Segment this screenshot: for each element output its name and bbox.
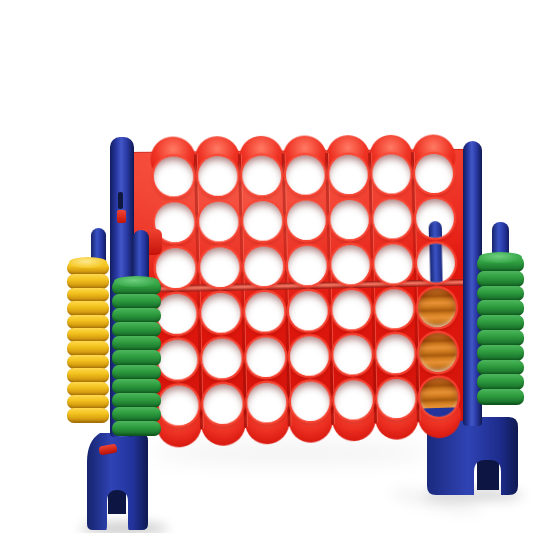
- cell-r4c4: [289, 291, 328, 331]
- cell-r5c7: [419, 333, 458, 373]
- cell-r1c1: [153, 156, 193, 196]
- green-disc: [112, 308, 161, 323]
- yellow-disc: [67, 355, 109, 369]
- cell-r5c4: [290, 336, 329, 376]
- connect-four-board: [124, 132, 471, 449]
- yellow-disc: [67, 261, 109, 275]
- cell-r2c3: [243, 201, 283, 241]
- hole-grid: [150, 151, 461, 429]
- yellow-disc: [67, 288, 109, 302]
- green-disc: [477, 300, 524, 316]
- cell-r4c3: [245, 292, 285, 332]
- cell-r1c2: [198, 156, 238, 196]
- cell-r6c1: [158, 385, 198, 426]
- cell-r3c5: [331, 245, 370, 285]
- cell-r6c4: [291, 381, 330, 422]
- yellow-disc: [67, 395, 109, 409]
- green-disc: [112, 350, 161, 365]
- green-disc: [112, 407, 161, 422]
- yellow-disc: [67, 368, 109, 382]
- cell-r3c1: [155, 248, 195, 289]
- column-separators: [124, 132, 464, 135]
- green-disc: [477, 286, 524, 302]
- cell-r6c7: [420, 377, 459, 417]
- green-disc: [477, 256, 524, 272]
- cell-r3c6: [374, 244, 413, 284]
- green-disc: [477, 345, 524, 361]
- cell-r3c7: [417, 243, 456, 283]
- giant-connect-four-scene: [0, 0, 533, 533]
- cell-r1c5: [329, 155, 368, 195]
- yellow-disc: [67, 328, 109, 342]
- green-disc: [112, 393, 161, 408]
- yellow-disc: [67, 315, 109, 329]
- left-green-disc-stack: [112, 281, 161, 436]
- cell-r5c2: [202, 338, 242, 379]
- cell-r1c3: [242, 155, 282, 195]
- slider-slot: [118, 192, 123, 209]
- cell-r4c6: [375, 289, 414, 329]
- yellow-disc: [67, 274, 109, 288]
- cell-r5c5: [333, 335, 372, 375]
- green-disc: [477, 315, 524, 331]
- cell-r5c6: [376, 334, 415, 374]
- green-disc: [477, 389, 524, 405]
- cell-r6c6: [377, 378, 416, 418]
- green-disc: [477, 330, 524, 346]
- cell-r4c7: [418, 288, 457, 328]
- cell-r4c2: [201, 293, 241, 334]
- yellow-disc-stack: [67, 262, 109, 423]
- cell-r6c2: [203, 384, 243, 425]
- green-disc: [112, 336, 161, 351]
- green-disc: [112, 280, 161, 295]
- cell-r2c4: [287, 200, 326, 240]
- yellow-disc: [67, 408, 109, 422]
- cell-r2c2: [199, 201, 239, 241]
- cell-r1c6: [372, 154, 411, 194]
- scalloped-edges: [124, 132, 464, 135]
- green-disc: [112, 365, 161, 380]
- cell-r3c4: [288, 245, 327, 285]
- cell-r6c5: [334, 380, 373, 420]
- green-disc: [112, 322, 161, 337]
- yellow-disc: [67, 341, 109, 355]
- green-disc: [112, 379, 161, 394]
- green-disc: [112, 421, 161, 436]
- cell-r5c3: [246, 337, 286, 378]
- cell-r3c2: [200, 247, 240, 287]
- cell-r5c1: [157, 339, 197, 380]
- red-reset-slider: [117, 210, 126, 223]
- cell-r1c4: [286, 155, 325, 195]
- right-foot-back-leg: [477, 460, 499, 490]
- rear-post-shaft-through-hole: [430, 243, 443, 282]
- rear-base-through-hole: [421, 407, 459, 417]
- cell-r4c5: [332, 290, 371, 330]
- green-disc: [477, 271, 524, 287]
- cell-r2c7: [416, 199, 455, 239]
- cell-r1c7: [415, 154, 454, 193]
- cell-r6c3: [247, 382, 287, 423]
- right-green-disc-stack: [477, 257, 524, 405]
- yellow-disc: [67, 382, 109, 396]
- rear-post-top-through-hole: [429, 221, 443, 238]
- cell-r3c3: [244, 246, 284, 286]
- cell-r4c1: [156, 294, 196, 335]
- cell-r2c5: [330, 200, 369, 240]
- cell-r2c6: [373, 199, 412, 239]
- green-disc: [477, 374, 524, 390]
- green-disc: [477, 360, 524, 376]
- yellow-disc: [67, 301, 109, 315]
- green-disc: [112, 294, 161, 309]
- left-foot-back-leg: [108, 488, 126, 514]
